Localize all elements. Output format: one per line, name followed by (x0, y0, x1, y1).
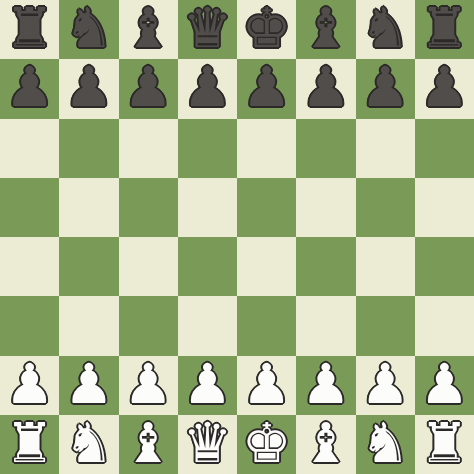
piece-black-pawn[interactable]: ♟︎ (64, 60, 113, 115)
square-a7[interactable]: ♟︎ (0, 59, 59, 118)
piece-white-rook[interactable]: ♜︎ (5, 416, 54, 471)
square-d2[interactable]: ♟︎ (178, 356, 237, 415)
piece-white-rook[interactable]: ♜︎ (420, 416, 469, 471)
piece-black-knight[interactable]: ♞︎ (64, 1, 113, 56)
square-b8[interactable]: ♞︎ (59, 0, 118, 59)
piece-black-pawn[interactable]: ♟︎ (183, 60, 232, 115)
square-h1[interactable]: ♜︎ (415, 415, 474, 474)
square-a2[interactable]: ♟︎ (0, 356, 59, 415)
square-h6[interactable] (415, 119, 474, 178)
piece-black-rook[interactable]: ♜︎ (420, 1, 469, 56)
chess-board: ♜︎♞︎♝︎♛︎♚︎♝︎♞︎♜︎♟︎♟︎♟︎♟︎♟︎♟︎♟︎♟︎♟︎♟︎♟︎♟︎… (0, 0, 474, 474)
square-g5[interactable] (356, 178, 415, 237)
piece-white-pawn[interactable]: ♟︎ (183, 357, 232, 412)
square-b4[interactable] (59, 237, 118, 296)
square-e5[interactable] (237, 178, 296, 237)
piece-white-bishop[interactable]: ♝︎ (301, 416, 350, 471)
square-e4[interactable] (237, 237, 296, 296)
square-d6[interactable] (178, 119, 237, 178)
piece-black-bishop[interactable]: ♝︎ (301, 1, 350, 56)
piece-black-pawn[interactable]: ♟︎ (123, 60, 172, 115)
piece-black-rook[interactable]: ♜︎ (5, 1, 54, 56)
square-g2[interactable]: ♟︎ (356, 356, 415, 415)
square-f6[interactable] (296, 119, 355, 178)
square-f7[interactable]: ♟︎ (296, 59, 355, 118)
square-f5[interactable] (296, 178, 355, 237)
square-e2[interactable]: ♟︎ (237, 356, 296, 415)
square-g8[interactable]: ♞︎ (356, 0, 415, 59)
square-g6[interactable] (356, 119, 415, 178)
square-a6[interactable] (0, 119, 59, 178)
square-c4[interactable] (119, 237, 178, 296)
square-a3[interactable] (0, 296, 59, 355)
square-h7[interactable]: ♟︎ (415, 59, 474, 118)
square-e7[interactable]: ♟︎ (237, 59, 296, 118)
square-b5[interactable] (59, 178, 118, 237)
square-a8[interactable]: ♜︎ (0, 0, 59, 59)
piece-black-knight[interactable]: ♞︎ (360, 1, 409, 56)
square-g4[interactable] (356, 237, 415, 296)
square-b6[interactable] (59, 119, 118, 178)
square-f4[interactable] (296, 237, 355, 296)
square-a4[interactable] (0, 237, 59, 296)
square-b3[interactable] (59, 296, 118, 355)
piece-white-pawn[interactable]: ♟︎ (301, 357, 350, 412)
square-d3[interactable] (178, 296, 237, 355)
square-h4[interactable] (415, 237, 474, 296)
piece-white-pawn[interactable]: ♟︎ (123, 357, 172, 412)
square-h3[interactable] (415, 296, 474, 355)
piece-white-bishop[interactable]: ♝︎ (123, 416, 172, 471)
square-f2[interactable]: ♟︎ (296, 356, 355, 415)
square-g3[interactable] (356, 296, 415, 355)
piece-white-pawn[interactable]: ♟︎ (242, 357, 291, 412)
piece-black-pawn[interactable]: ♟︎ (5, 60, 54, 115)
square-e3[interactable] (237, 296, 296, 355)
square-h2[interactable]: ♟︎ (415, 356, 474, 415)
square-c8[interactable]: ♝︎ (119, 0, 178, 59)
square-f3[interactable] (296, 296, 355, 355)
piece-black-pawn[interactable]: ♟︎ (360, 60, 409, 115)
square-d4[interactable] (178, 237, 237, 296)
square-d1[interactable]: ♛︎ (178, 415, 237, 474)
piece-white-pawn[interactable]: ♟︎ (420, 357, 469, 412)
square-g1[interactable]: ♞︎ (356, 415, 415, 474)
square-c6[interactable] (119, 119, 178, 178)
piece-black-pawn[interactable]: ♟︎ (420, 60, 469, 115)
square-c7[interactable]: ♟︎ (119, 59, 178, 118)
square-b2[interactable]: ♟︎ (59, 356, 118, 415)
piece-white-knight[interactable]: ♞︎ (64, 416, 113, 471)
square-a5[interactable] (0, 178, 59, 237)
piece-black-king[interactable]: ♚︎ (242, 1, 291, 56)
square-e6[interactable] (237, 119, 296, 178)
square-f8[interactable]: ♝︎ (296, 0, 355, 59)
piece-white-queen[interactable]: ♛︎ (183, 416, 232, 471)
square-d8[interactable]: ♛︎ (178, 0, 237, 59)
square-e8[interactable]: ♚︎ (237, 0, 296, 59)
square-h5[interactable] (415, 178, 474, 237)
square-a1[interactable]: ♜︎ (0, 415, 59, 474)
square-b1[interactable]: ♞︎ (59, 415, 118, 474)
square-c5[interactable] (119, 178, 178, 237)
square-b7[interactable]: ♟︎ (59, 59, 118, 118)
piece-white-pawn[interactable]: ♟︎ (5, 357, 54, 412)
square-c2[interactable]: ♟︎ (119, 356, 178, 415)
square-e1[interactable]: ♚︎ (237, 415, 296, 474)
piece-black-queen[interactable]: ♛︎ (183, 1, 232, 56)
square-c3[interactable] (119, 296, 178, 355)
piece-black-pawn[interactable]: ♟︎ (301, 60, 350, 115)
square-d5[interactable] (178, 178, 237, 237)
piece-white-pawn[interactable]: ♟︎ (64, 357, 113, 412)
piece-black-pawn[interactable]: ♟︎ (242, 60, 291, 115)
square-g7[interactable]: ♟︎ (356, 59, 415, 118)
piece-white-knight[interactable]: ♞︎ (360, 416, 409, 471)
square-h8[interactable]: ♜︎ (415, 0, 474, 59)
piece-black-bishop[interactable]: ♝︎ (123, 1, 172, 56)
square-c1[interactable]: ♝︎ (119, 415, 178, 474)
piece-white-king[interactable]: ♚︎ (242, 416, 291, 471)
piece-white-pawn[interactable]: ♟︎ (360, 357, 409, 412)
square-f1[interactable]: ♝︎ (296, 415, 355, 474)
square-d7[interactable]: ♟︎ (178, 59, 237, 118)
